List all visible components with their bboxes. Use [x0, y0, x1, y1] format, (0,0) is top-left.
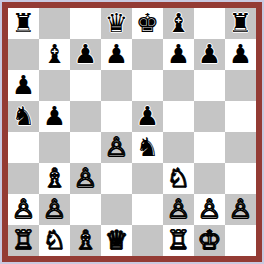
square-g4[interactable]: [194, 132, 225, 163]
white-pawn-b2: ♙: [43, 194, 66, 225]
square-g1[interactable]: ♔: [194, 225, 225, 256]
square-f6[interactable]: [163, 70, 194, 101]
square-f4[interactable]: [163, 132, 194, 163]
square-g6[interactable]: [194, 70, 225, 101]
square-e5[interactable]: ♟: [132, 101, 163, 132]
square-d4[interactable]: ♙: [101, 132, 132, 163]
square-h4[interactable]: [225, 132, 256, 163]
white-pawn-g2: ♙: [198, 194, 221, 225]
white-pawn-h2: ♙: [229, 194, 252, 225]
square-e6[interactable]: [132, 70, 163, 101]
square-f1[interactable]: ♖: [163, 225, 194, 256]
square-b4[interactable]: [39, 132, 70, 163]
square-f5[interactable]: [163, 101, 194, 132]
white-pawn-f2: ♙: [167, 194, 190, 225]
black-pawn-h7: ♟: [229, 39, 252, 70]
square-a2[interactable]: ♙: [8, 194, 39, 225]
square-e1[interactable]: [132, 225, 163, 256]
square-d3[interactable]: [101, 163, 132, 194]
white-bishop-b3: ♗: [43, 163, 66, 194]
white-queen-d1: ♕: [105, 225, 128, 256]
square-g8[interactable]: [194, 8, 225, 39]
square-a7[interactable]: [8, 39, 39, 70]
square-e7[interactable]: [132, 39, 163, 70]
square-e3[interactable]: [132, 163, 163, 194]
square-b2[interactable]: ♙: [39, 194, 70, 225]
white-knight-b1: ♘: [43, 225, 66, 256]
square-a5[interactable]: ♞: [8, 101, 39, 132]
square-f2[interactable]: ♙: [163, 194, 194, 225]
black-queen-d8: ♛: [105, 8, 128, 39]
square-f7[interactable]: ♟: [163, 39, 194, 70]
black-bishop-f8: ♝: [167, 8, 190, 39]
black-rook-a8: ♜: [12, 8, 35, 39]
square-g2[interactable]: ♙: [194, 194, 225, 225]
square-h6[interactable]: [225, 70, 256, 101]
square-d1[interactable]: ♕: [101, 225, 132, 256]
square-f8[interactable]: ♝: [163, 8, 194, 39]
black-rook-h8: ♜: [229, 8, 252, 39]
black-pawn-f7: ♟: [167, 39, 190, 70]
square-b8[interactable]: [39, 8, 70, 39]
square-f3[interactable]: ♘: [163, 163, 194, 194]
square-b3[interactable]: ♗: [39, 163, 70, 194]
square-g7[interactable]: ♟: [194, 39, 225, 70]
square-h8[interactable]: ♜: [225, 8, 256, 39]
square-h2[interactable]: ♙: [225, 194, 256, 225]
white-rook-a1: ♖: [12, 225, 35, 256]
black-king-e8: ♚: [136, 8, 159, 39]
square-d7[interactable]: ♟: [101, 39, 132, 70]
square-e8[interactable]: ♚: [132, 8, 163, 39]
chess-diagram-frame: ♜♛♚♝♜♝♟♟♟♟♟♟♞♟♟♙♞♗♙♘♙♙♙♙♙♖♘♗♕♖♔: [0, 0, 264, 264]
square-h5[interactable]: [225, 101, 256, 132]
square-e4[interactable]: ♞: [132, 132, 163, 163]
square-c6[interactable]: [70, 70, 101, 101]
square-e2[interactable]: [132, 194, 163, 225]
square-c2[interactable]: [70, 194, 101, 225]
square-h7[interactable]: ♟: [225, 39, 256, 70]
square-b5[interactable]: ♟: [39, 101, 70, 132]
square-a8[interactable]: ♜: [8, 8, 39, 39]
square-g5[interactable]: [194, 101, 225, 132]
square-c3[interactable]: ♙: [70, 163, 101, 194]
white-pawn-d4: ♙: [105, 132, 128, 163]
square-a6[interactable]: ♟: [8, 70, 39, 101]
square-g3[interactable]: [194, 163, 225, 194]
square-c1[interactable]: ♗: [70, 225, 101, 256]
square-c4[interactable]: [70, 132, 101, 163]
white-bishop-c1: ♗: [74, 225, 97, 256]
black-pawn-a6: ♟: [12, 70, 35, 101]
square-a3[interactable]: [8, 163, 39, 194]
black-pawn-e5: ♟: [136, 101, 159, 132]
square-d5[interactable]: [101, 101, 132, 132]
black-bishop-b7: ♝: [43, 39, 66, 70]
square-d2[interactable]: [101, 194, 132, 225]
white-pawn-c3: ♙: [74, 163, 97, 194]
black-pawn-c7: ♟: [74, 39, 97, 70]
black-knight-a5: ♞: [12, 101, 35, 132]
square-d6[interactable]: [101, 70, 132, 101]
black-pawn-d7: ♟: [105, 39, 128, 70]
square-b6[interactable]: [39, 70, 70, 101]
square-h1[interactable]: [225, 225, 256, 256]
square-a4[interactable]: [8, 132, 39, 163]
square-c8[interactable]: [70, 8, 101, 39]
square-a1[interactable]: ♖: [8, 225, 39, 256]
chess-board: ♜♛♚♝♜♝♟♟♟♟♟♟♞♟♟♙♞♗♙♘♙♙♙♙♙♖♘♗♕♖♔: [8, 8, 256, 256]
square-h3[interactable]: [225, 163, 256, 194]
black-pawn-g7: ♟: [198, 39, 221, 70]
white-rook-f1: ♖: [167, 225, 190, 256]
white-knight-f3: ♘: [167, 163, 190, 194]
black-knight-e4: ♞: [136, 132, 159, 163]
white-king-g1: ♔: [198, 225, 221, 256]
square-c7[interactable]: ♟: [70, 39, 101, 70]
black-pawn-b5: ♟: [43, 101, 66, 132]
square-c5[interactable]: [70, 101, 101, 132]
white-pawn-a2: ♙: [12, 194, 35, 225]
square-b1[interactable]: ♘: [39, 225, 70, 256]
square-d8[interactable]: ♛: [101, 8, 132, 39]
square-b7[interactable]: ♝: [39, 39, 70, 70]
